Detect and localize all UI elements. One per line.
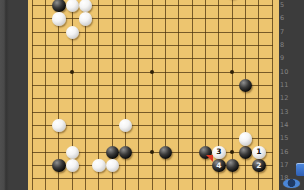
grid-line-vertical — [45, 0, 46, 190]
white-stone-D15 — [66, 0, 79, 12]
black-stone-C15 — [52, 0, 65, 12]
watermark-logo-icon — [283, 179, 300, 188]
grid-line-horizontal — [32, 98, 273, 99]
grid-line-horizontal — [32, 18, 273, 19]
white-stone-D3 — [66, 159, 79, 172]
black-stone-G4 — [106, 146, 119, 159]
star-point — [150, 150, 154, 154]
grid-line-vertical — [125, 0, 126, 190]
left-letterbox-bar — [0, 0, 28, 190]
black-stone-R4 — [239, 146, 252, 159]
row-coordinate-label: 11 — [280, 82, 292, 89]
grid-line-vertical — [192, 0, 193, 190]
row-coordinate-label: 15 — [280, 135, 292, 142]
row-coordinate-label: 16 — [280, 149, 292, 156]
black-stone-R9 — [239, 79, 252, 92]
row-coordinate-label: 6 — [280, 15, 292, 22]
grid-line-horizontal — [32, 85, 273, 86]
white-stone-H6 — [119, 119, 132, 132]
white-stone-G3 — [106, 159, 119, 172]
white-stone-P4: 3 — [212, 146, 225, 159]
white-stone-D4 — [66, 146, 79, 159]
grid-line-vertical — [165, 0, 166, 190]
move-number-label: 1 — [256, 148, 261, 156]
white-stone-F3 — [92, 159, 105, 172]
row-coordinate-label: 7 — [280, 29, 292, 36]
row-coordinate-label: 12 — [280, 95, 292, 102]
grid-line-horizontal — [32, 112, 273, 113]
grid-line-vertical — [245, 0, 246, 190]
grid-line-horizontal — [32, 58, 273, 59]
white-stone-D13 — [66, 26, 79, 39]
grid-line-horizontal — [32, 125, 273, 126]
white-stone-E14 — [79, 12, 92, 25]
black-stone-H4 — [119, 146, 132, 159]
black-stone-Q3 — [226, 159, 239, 172]
move-number-label: 2 — [256, 162, 261, 170]
grid-line-horizontal — [32, 178, 273, 179]
row-coordinate-label: 14 — [280, 122, 292, 129]
row-coordinate-label: 5 — [280, 2, 292, 9]
grid-line-vertical — [178, 0, 179, 190]
white-stone-S4: 1 — [252, 146, 265, 159]
black-stone-L4 — [159, 146, 172, 159]
move-number-label: 4 — [216, 162, 221, 170]
black-stone-P3: 4 — [212, 159, 225, 172]
row-coordinate-label: 10 — [280, 69, 292, 76]
row-coordinate-label: 9 — [280, 55, 292, 62]
star-point — [150, 70, 154, 74]
grid-line-horizontal — [32, 45, 273, 46]
watermark-square-icon — [296, 163, 304, 176]
right-coordinate-bar: 56789101112131415161718 — [279, 0, 304, 190]
white-stone-C14 — [52, 12, 65, 25]
row-coordinate-label: 8 — [280, 42, 292, 49]
row-coordinate-label: 17 — [280, 162, 292, 169]
grid-line-vertical — [85, 0, 86, 190]
go-board[interactable]: 4231 — [28, 0, 279, 190]
star-point — [70, 70, 74, 74]
white-stone-E15 — [79, 0, 92, 12]
white-stone-C6 — [52, 119, 65, 132]
row-coordinate-label: 13 — [280, 109, 292, 116]
black-stone-C3 — [52, 159, 65, 172]
red-triangle-marker — [206, 155, 213, 162]
black-stone-S3: 2 — [252, 159, 265, 172]
grid-line-vertical — [138, 0, 139, 190]
grid-line-vertical — [32, 0, 33, 190]
video-frame: 4231 56789101112131415161718 — [0, 0, 304, 190]
grid-line-vertical — [272, 0, 273, 190]
move-number-label: 3 — [216, 148, 221, 156]
grid-line-horizontal — [32, 138, 273, 139]
star-point — [230, 70, 234, 74]
white-stone-R5 — [239, 132, 252, 145]
grid-line-vertical — [152, 0, 153, 190]
star-point — [230, 150, 234, 154]
